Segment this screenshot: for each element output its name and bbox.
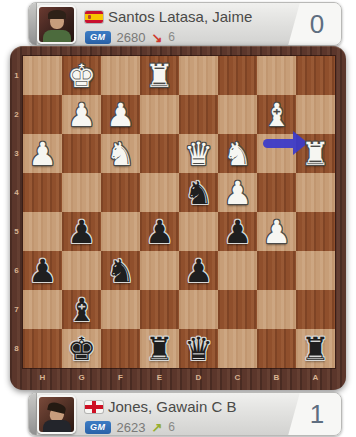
board-frame: 12345678 ♚♜♟♟♝♟♞♛♞♜♞♟♟♟♟♟♟♞♟♝♚♜♛♜ HGFEDC… xyxy=(10,46,346,390)
square-a5[interactable] xyxy=(296,212,335,251)
square-a8[interactable]: ♜ xyxy=(296,329,335,368)
piece-white-pawn: ♟ xyxy=(101,95,140,134)
square-e8[interactable]: ♜ xyxy=(140,329,179,368)
square-h6[interactable]: ♟ xyxy=(23,251,62,290)
square-a6[interactable] xyxy=(296,251,335,290)
player-name: Santos Latasa, Jaime xyxy=(108,8,252,25)
rank-label-2: 2 xyxy=(10,95,23,134)
square-b3[interactable] xyxy=(257,134,296,173)
square-c2[interactable] xyxy=(218,95,257,134)
square-a1[interactable] xyxy=(296,56,335,95)
square-a3[interactable]: ♜ xyxy=(296,134,335,173)
square-c8[interactable] xyxy=(218,329,257,368)
square-d3[interactable]: ♛ xyxy=(179,134,218,173)
player-rating: 2680 xyxy=(117,30,146,45)
player-bar-bottom: Jones, Gawain C B GM 2623 ↗ 6 1 xyxy=(28,392,342,436)
rating-trend-up-icon: ↗ xyxy=(151,420,162,435)
square-g3[interactable] xyxy=(62,134,101,173)
square-c4[interactable]: ♟ xyxy=(218,173,257,212)
square-d4[interactable]: ♞ xyxy=(179,173,218,212)
square-h2[interactable] xyxy=(23,95,62,134)
rank-label-6: 6 xyxy=(10,251,23,290)
piece-white-king: ♚ xyxy=(62,56,101,95)
square-c3[interactable]: ♞ xyxy=(218,134,257,173)
rank-label-7: 7 xyxy=(10,290,23,329)
piece-white-pawn: ♟ xyxy=(257,212,296,251)
square-f7[interactable] xyxy=(101,290,140,329)
square-e6[interactable] xyxy=(140,251,179,290)
square-f4[interactable] xyxy=(101,173,140,212)
file-label-e: E xyxy=(140,369,179,386)
bar-left-edge xyxy=(29,393,37,435)
piece-white-rook: ♜ xyxy=(140,56,179,95)
rank-label-4: 4 xyxy=(10,173,23,212)
square-b2[interactable]: ♝ xyxy=(257,95,296,134)
piece-white-knight: ♞ xyxy=(218,134,257,173)
rank-label-5: 5 xyxy=(10,212,23,251)
square-g5[interactable]: ♟ xyxy=(62,212,101,251)
square-g1[interactable]: ♚ xyxy=(62,56,101,95)
square-e2[interactable] xyxy=(140,95,179,134)
square-f2[interactable]: ♟ xyxy=(101,95,140,134)
square-g4[interactable] xyxy=(62,173,101,212)
square-e1[interactable]: ♜ xyxy=(140,56,179,95)
file-label-b: B xyxy=(257,369,296,386)
avatar-top-player xyxy=(37,5,76,44)
square-d5[interactable] xyxy=(179,212,218,251)
piece-white-knight: ♞ xyxy=(101,134,140,173)
square-f1[interactable] xyxy=(101,56,140,95)
piece-black-knight: ♞ xyxy=(179,173,218,212)
square-c1[interactable] xyxy=(218,56,257,95)
square-h4[interactable] xyxy=(23,173,62,212)
file-label-d: D xyxy=(179,369,218,386)
avatar-photo-shirt xyxy=(43,30,71,44)
player-rating: 2623 xyxy=(117,420,146,435)
rank-label-8: 8 xyxy=(10,329,23,368)
chess-board[interactable]: ♚♜♟♟♝♟♞♛♞♜♞♟♟♟♟♟♟♞♟♝♚♜♛♜ xyxy=(23,56,335,368)
piece-black-pawn: ♟ xyxy=(179,251,218,290)
rating-trend-value: 6 xyxy=(168,30,175,44)
file-label-c: C xyxy=(218,369,257,386)
match-score: 0 xyxy=(310,9,324,40)
avatar-photo-shirt xyxy=(43,420,71,434)
bar-left-edge xyxy=(29,3,37,45)
piece-black-rook: ♜ xyxy=(140,329,179,368)
square-f3[interactable]: ♞ xyxy=(101,134,140,173)
square-e4[interactable] xyxy=(140,173,179,212)
file-label-a: A xyxy=(296,369,335,386)
square-f5[interactable] xyxy=(101,212,140,251)
flag-spain-icon xyxy=(85,11,103,23)
square-b5[interactable]: ♟ xyxy=(257,212,296,251)
square-f6[interactable]: ♞ xyxy=(101,251,140,290)
square-h8[interactable] xyxy=(23,329,62,368)
square-h5[interactable] xyxy=(23,212,62,251)
piece-black-pawn: ♟ xyxy=(23,251,62,290)
square-h7[interactable] xyxy=(23,290,62,329)
piece-black-rook: ♜ xyxy=(296,329,335,368)
square-b6[interactable] xyxy=(257,251,296,290)
player-info-bottom: Jones, Gawain C B GM 2623 ↗ 6 xyxy=(85,397,279,436)
rating-trend-down-icon: ↘ xyxy=(151,30,162,45)
piece-white-pawn: ♟ xyxy=(62,95,101,134)
square-h3[interactable]: ♟ xyxy=(23,134,62,173)
square-b4[interactable] xyxy=(257,173,296,212)
square-d6[interactable]: ♟ xyxy=(179,251,218,290)
broadcast-widget: Santos Latasa, Jaime GM 2680 ↘ 6 0 12345… xyxy=(0,0,356,437)
square-a7[interactable] xyxy=(296,290,335,329)
piece-black-knight: ♞ xyxy=(101,251,140,290)
player-bar-top: Santos Latasa, Jaime GM 2680 ↘ 6 0 xyxy=(28,2,342,46)
square-f8[interactable] xyxy=(101,329,140,368)
square-h1[interactable] xyxy=(23,56,62,95)
square-g7[interactable]: ♝ xyxy=(62,290,101,329)
piece-white-pawn: ♟ xyxy=(23,134,62,173)
square-d2[interactable] xyxy=(179,95,218,134)
square-d1[interactable] xyxy=(179,56,218,95)
piece-black-king: ♚ xyxy=(62,329,101,368)
file-label-g: G xyxy=(62,369,101,386)
square-e5[interactable]: ♟ xyxy=(140,212,179,251)
square-b7[interactable] xyxy=(257,290,296,329)
piece-white-rook: ♜ xyxy=(296,134,335,173)
rank-labels: 12345678 xyxy=(10,56,23,368)
avatar-bottom-player xyxy=(37,395,76,434)
player-name: Jones, Gawain C B xyxy=(108,398,236,415)
square-d7[interactable] xyxy=(179,290,218,329)
square-a4[interactable] xyxy=(296,173,335,212)
square-a2[interactable] xyxy=(296,95,335,134)
file-label-h: H xyxy=(23,369,62,386)
score-panel-bottom: 1 xyxy=(283,393,341,435)
square-e7[interactable] xyxy=(140,290,179,329)
piece-white-queen: ♛ xyxy=(179,134,218,173)
piece-black-pawn: ♟ xyxy=(218,212,257,251)
piece-black-queen: ♛ xyxy=(179,329,218,368)
piece-white-bishop: ♝ xyxy=(257,95,296,134)
piece-black-pawn: ♟ xyxy=(62,212,101,251)
rank-label-1: 1 xyxy=(10,56,23,95)
file-label-f: F xyxy=(101,369,140,386)
match-score: 1 xyxy=(310,399,324,430)
rank-label-3: 3 xyxy=(10,134,23,173)
piece-black-bishop: ♝ xyxy=(62,290,101,329)
flag-england-icon xyxy=(85,401,103,413)
score-panel-top: 0 xyxy=(283,3,341,45)
avatar-photo-hair xyxy=(48,10,66,19)
square-c6[interactable] xyxy=(218,251,257,290)
square-c7[interactable] xyxy=(218,290,257,329)
square-e3[interactable] xyxy=(140,134,179,173)
square-g8[interactable]: ♚ xyxy=(62,329,101,368)
rating-trend-value: 6 xyxy=(168,420,175,434)
square-c5[interactable]: ♟ xyxy=(218,212,257,251)
piece-white-pawn: ♟ xyxy=(218,173,257,212)
square-d8[interactable]: ♛ xyxy=(179,329,218,368)
player-info-top: Santos Latasa, Jaime GM 2680 ↘ 6 xyxy=(85,7,279,46)
title-badge: GM xyxy=(85,31,111,44)
square-b8[interactable] xyxy=(257,329,296,368)
title-badge: GM xyxy=(85,421,111,434)
piece-black-pawn: ♟ xyxy=(140,212,179,251)
file-labels: HGFEDCBA xyxy=(23,369,335,386)
square-b1[interactable] xyxy=(257,56,296,95)
square-g2[interactable]: ♟ xyxy=(62,95,101,134)
square-g6[interactable] xyxy=(62,251,101,290)
